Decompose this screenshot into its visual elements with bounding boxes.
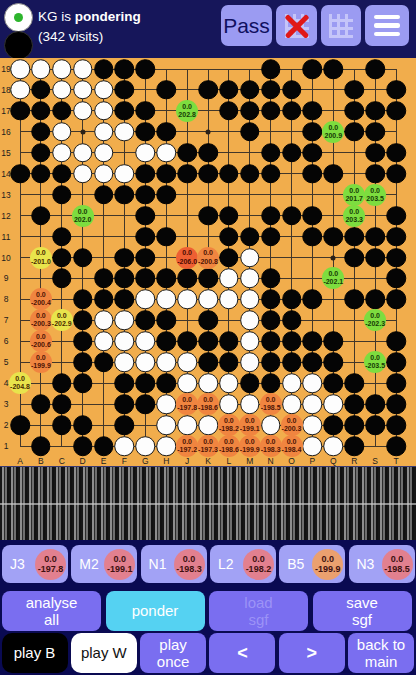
black-stone-K7 [198, 311, 218, 331]
black-stone-T1 [386, 436, 406, 456]
black-stone-P15 [303, 143, 323, 163]
player-black-indicator[interactable] [4, 31, 33, 60]
white-stone-O3 [282, 394, 302, 414]
goban[interactable]: 19A18B17C16D15E14F13G12H11J10K9L8M7N6O5P… [0, 58, 416, 466]
white-stone-F6 [115, 332, 135, 352]
analysis-label-L2[interactable]: 0.0-198.2 [218, 414, 240, 436]
row-coordinate: 11 [2, 232, 11, 242]
black-stone-O6 [282, 332, 302, 352]
analysis-label-N1[interactable]: 0.0-198.3 [260, 435, 282, 457]
black-stone-K15 [198, 143, 218, 163]
black-stone-L17 [219, 101, 239, 121]
white-stone-L4 [219, 373, 239, 393]
analysis-label-M1[interactable]: 0.0-199.9 [239, 435, 261, 457]
black-stone-P14 [303, 164, 323, 184]
dismiss-analysis-button[interactable] [276, 5, 317, 46]
analysis-label-O1[interactable]: 0.0-198.4 [281, 435, 303, 457]
black-stone-H9 [156, 269, 176, 289]
white-stone-K2 [198, 415, 218, 435]
black-stone-F13 [115, 185, 135, 205]
row-coordinate: 9 [4, 273, 9, 283]
row-coordinate: 1 [4, 441, 9, 451]
analysis-label-B6[interactable]: 0.0-200.6 [30, 330, 52, 352]
black-stone-S11 [365, 227, 385, 247]
black-stone-P19 [303, 59, 323, 79]
black-stone-T17 [386, 101, 406, 121]
row-coordinate: 5 [4, 357, 9, 367]
black-stone-H18 [156, 80, 176, 100]
black-stone-M14 [240, 164, 260, 184]
black-stone-Q14 [324, 164, 344, 184]
white-stone-F7 [115, 311, 135, 331]
black-stone-P16 [303, 122, 323, 142]
analysis-label-J3[interactable]: 0.0-197.8 [176, 393, 198, 415]
candidate-move-label: N1 [149, 556, 167, 572]
black-stone-H16 [156, 122, 176, 142]
white-stone-E16 [94, 122, 114, 142]
black-stone-H6 [156, 332, 176, 352]
col-coordinate: S [372, 456, 378, 466]
col-coordinate: B [38, 456, 44, 466]
black-stone-R8 [344, 290, 364, 310]
save-sgf-button[interactable]: savesgf [313, 591, 412, 631]
black-stone-K18 [198, 80, 218, 100]
red-x-icon [284, 13, 310, 39]
col-coordinate: A [17, 456, 23, 466]
white-stone-H2 [156, 415, 176, 435]
col-coordinate: K [205, 456, 211, 466]
black-stone-N4 [261, 373, 281, 393]
white-stone-G1 [136, 436, 156, 456]
engine-status: KG is pondering (342 visits) [38, 7, 141, 46]
analysis-label-J17[interactable]: 0.0202.8 [176, 100, 198, 122]
black-stone-B17 [31, 101, 51, 121]
black-stone-K5 [198, 352, 218, 372]
white-stone-F14 [115, 164, 135, 184]
black-stone-P17 [303, 101, 323, 121]
white-stone-N2 [261, 415, 281, 435]
black-stone-M4 [240, 373, 260, 393]
black-stone-C3 [52, 394, 72, 414]
col-coordinate: L [227, 456, 232, 466]
black-stone-G10 [136, 248, 156, 268]
col-coordinate: H [163, 456, 169, 466]
black-stone-B3 [31, 394, 51, 414]
analysis-label-B10[interactable]: 0.0-201.0 [30, 247, 52, 269]
white-stone-A19 [10, 59, 30, 79]
white-stone-D15 [73, 143, 93, 163]
white-stone-P2 [303, 415, 323, 435]
black-stone-B18 [31, 80, 51, 100]
black-stone-J6 [177, 332, 197, 352]
black-stone-C2 [52, 415, 72, 435]
score-graph[interactable] [0, 466, 416, 540]
go-analysis-app: KG is pondering (342 visits) Pass 19A18B… [0, 0, 416, 675]
white-stone-E7 [94, 311, 114, 331]
load-sgf-button[interactable]: loadsgf [209, 591, 308, 631]
black-stone-O12 [282, 206, 302, 226]
white-stone-D17 [73, 101, 93, 121]
white-stone-F5 [115, 352, 135, 372]
analysis-label-S13[interactable]: 0.0203.5 [364, 184, 386, 206]
white-stone-D19 [73, 59, 93, 79]
candidate-move-label: J3 [10, 556, 25, 572]
white-stone-B19 [31, 59, 51, 79]
black-stone-H13 [156, 185, 176, 205]
black-stone-H4 [156, 373, 176, 393]
black-stone-B16 [31, 122, 51, 142]
row-coordinate: 3 [4, 399, 9, 409]
black-stone-T2 [386, 415, 406, 435]
analysis-label-Q9[interactable]: 0.0-202.1 [322, 267, 344, 289]
black-stone-A2 [10, 415, 30, 435]
candidate-move-N1[interactable]: N1 0.0-198.3 [141, 545, 207, 583]
black-stone-A14 [10, 164, 30, 184]
black-stone-S14 [365, 164, 385, 184]
white-stone-E17 [94, 101, 114, 121]
candidate-move-J3[interactable]: J3 0.0-197.8 [2, 545, 68, 583]
black-stone-N5 [261, 352, 281, 372]
black-stone-P5 [303, 352, 323, 372]
row-coordinate: 6 [4, 336, 9, 346]
black-stone-N8 [261, 290, 281, 310]
black-stone-O7 [282, 311, 302, 331]
black-stone-S2 [365, 415, 385, 435]
black-stone-S8 [365, 290, 385, 310]
analysis-label-R12[interactable]: 0.0203.3 [343, 205, 365, 227]
col-coordinate: F [122, 456, 127, 466]
black-stone-F9 [115, 269, 135, 289]
analysis-label-L1[interactable]: 0.0-198.6 [218, 435, 240, 457]
candidate-move-N3[interactable]: N3 0.0-198.5 [349, 545, 415, 583]
black-stone-C10 [52, 248, 72, 268]
black-stone-G12 [136, 206, 156, 226]
candidate-eval-circle: 0.0-197.8 [35, 549, 66, 580]
white-stone-J5 [177, 352, 197, 372]
analysis-label-K3[interactable]: 0.0-198.6 [197, 393, 219, 415]
white-stone-J2 [177, 415, 197, 435]
black-stone-K14 [198, 164, 218, 184]
territory-grid-icon [329, 14, 353, 38]
white-stone-E15 [94, 143, 114, 163]
black-stone-R16 [344, 122, 364, 142]
black-stone-P11 [303, 227, 323, 247]
analysis-label-N3[interactable]: 0.0-198.5 [260, 393, 282, 415]
white-stone-M6 [240, 332, 260, 352]
analysis-label-B5[interactable]: 0.0-199.9 [30, 351, 52, 373]
analysis-label-K10[interactable]: 0.0-200.8 [197, 247, 219, 269]
black-stone-M18 [240, 80, 260, 100]
black-stone-D1 [73, 436, 93, 456]
white-stone-G15 [136, 143, 156, 163]
candidate-eval-circle: 0.0-198.3 [174, 549, 205, 580]
black-stone-Q11 [324, 227, 344, 247]
black-stone-N18 [261, 80, 281, 100]
black-stone-G9 [136, 269, 156, 289]
black-stone-S19 [365, 59, 385, 79]
black-stone-E8 [94, 290, 114, 310]
black-stone-L10 [219, 248, 239, 268]
black-stone-G19 [136, 59, 156, 79]
candidate-eval-circle: 0.0-198.5 [382, 549, 413, 580]
white-stone-Q1 [324, 436, 344, 456]
analysis-label-Q16[interactable]: 0.0200.9 [322, 121, 344, 143]
white-stone-C16 [52, 122, 72, 142]
black-stone-P6 [303, 332, 323, 352]
black-stone-N19 [261, 59, 281, 79]
candidate-move-label: N3 [357, 556, 375, 572]
black-stone-N17 [261, 101, 281, 121]
black-stone-F17 [115, 101, 135, 121]
black-stone-T6 [386, 332, 406, 352]
white-stone-C15 [52, 143, 72, 163]
black-stone-G11 [136, 227, 156, 247]
white-stone-F1 [115, 436, 135, 456]
white-stone-M7 [240, 311, 260, 331]
black-stone-R4 [344, 373, 364, 393]
black-stone-Q5 [324, 352, 344, 372]
black-stone-G4 [136, 373, 156, 393]
black-stone-C11 [52, 227, 72, 247]
black-stone-G3 [136, 394, 156, 414]
black-stone-B15 [31, 143, 51, 163]
black-stone-D7 [73, 311, 93, 331]
black-stone-G17 [136, 101, 156, 121]
white-stone-E14 [94, 164, 114, 184]
analyse-all-button[interactable]: analyseall [2, 591, 101, 631]
black-stone-L5 [219, 352, 239, 372]
black-stone-E19 [94, 59, 114, 79]
candidate-move-label: M2 [79, 556, 98, 572]
candidate-move-B5[interactable]: B5 0.0-199.9 [279, 545, 345, 583]
black-stone-O8 [282, 290, 302, 310]
candidate-eval-circle: 0.0-198.2 [243, 549, 274, 580]
black-stone-G16 [136, 122, 156, 142]
col-coordinate: O [288, 456, 295, 466]
black-stone-O5 [282, 352, 302, 372]
play-W-button[interactable]: play W [71, 633, 137, 673]
white-stone-H15 [156, 143, 176, 163]
black-stone-Q19 [324, 59, 344, 79]
candidate-move-label: B5 [287, 556, 304, 572]
analysis-label-B8[interactable]: 0.0-200.4 [30, 288, 52, 310]
top-bar: KG is pondering (342 visits) Pass [0, 0, 416, 58]
candidate-move-M2[interactable]: M2 0.0-199.1 [71, 545, 137, 583]
white-stone-M8 [240, 290, 260, 310]
white-stone-P4 [303, 373, 323, 393]
analysis-label-B7[interactable]: 0.0-200.3 [30, 309, 52, 331]
black-stone-S3 [365, 394, 385, 414]
black-stone-N7 [261, 311, 281, 331]
black-stone-T14 [386, 164, 406, 184]
white-stone-H1 [156, 436, 176, 456]
black-stone-F2 [115, 415, 135, 435]
black-stone-N14 [261, 164, 281, 184]
candidate-move-label: L2 [218, 556, 234, 572]
black-stone-C13 [52, 185, 72, 205]
analysis-label-R13[interactable]: 0.0201.7 [343, 184, 365, 206]
player-white-indicator[interactable] [4, 3, 33, 32]
white-stone-H5 [156, 352, 176, 372]
row-coordinate: 12 [1, 211, 10, 221]
white-stone-L8 [219, 290, 239, 310]
black-stone-L18 [219, 80, 239, 100]
black-stone-B14 [31, 164, 51, 184]
black-stone-C9 [52, 269, 72, 289]
ponder-button[interactable]: ponder [106, 591, 205, 631]
black-stone-G7 [136, 311, 156, 331]
white-stone-M5 [240, 352, 260, 372]
move-candidates-row: J3 0.0-197.8 M2 0.0-199.1 N1 0.0-198.3 L… [0, 545, 416, 585]
black-stone-T9 [386, 269, 406, 289]
candidate-eval-circle: 0.0-199.9 [312, 549, 343, 580]
play-once-button[interactable]: playonce [140, 633, 206, 673]
black-stone-S16 [365, 122, 385, 142]
black-stone-T4 [386, 373, 406, 393]
analysis-label-C7[interactable]: 0.0-202.9 [51, 309, 73, 331]
black-stone-T10 [386, 248, 406, 268]
territory-toggle-button[interactable] [321, 5, 361, 46]
white-stone-L9 [219, 269, 239, 289]
black-stone-G13 [136, 185, 156, 205]
black-stone-M11 [240, 227, 260, 247]
col-coordinate: E [101, 456, 107, 466]
previous-move-button[interactable]: < [209, 633, 275, 673]
white-stone-A18 [10, 80, 30, 100]
black-stone-D6 [73, 332, 93, 352]
white-stone-F16 [115, 122, 135, 142]
menu-button[interactable] [365, 5, 409, 46]
col-coordinate: J [185, 456, 189, 466]
white-stone-P3 [303, 394, 323, 414]
candidate-move-L2[interactable]: L2 0.0-198.2 [210, 545, 276, 583]
black-stone-R2 [344, 415, 364, 435]
white-stone-O4 [282, 373, 302, 393]
black-stone-T5 [386, 352, 406, 372]
col-coordinate: D [80, 456, 86, 466]
play-B-button[interactable]: play B [2, 633, 68, 673]
analysis-label-K1[interactable]: 0.0-197.3 [197, 435, 219, 457]
graph-midline [0, 503, 416, 505]
black-stone-D8 [73, 290, 93, 310]
black-stone-L6 [219, 332, 239, 352]
white-stone-E6 [94, 332, 114, 352]
black-stone-R17 [344, 101, 364, 121]
black-stone-P12 [303, 206, 323, 226]
black-stone-S15 [365, 143, 385, 163]
white-stone-G8 [136, 290, 156, 310]
analysis-label-S7[interactable]: 0.0-202.3 [364, 309, 386, 331]
menu-icon [374, 15, 400, 20]
black-stone-T12 [386, 206, 406, 226]
white-stone-D18 [73, 80, 93, 100]
black-stone-T8 [386, 290, 406, 310]
analysis-label-M2[interactable]: 0.0-199.1 [239, 414, 261, 436]
black-stone-J14 [177, 164, 197, 184]
white-stone-L3 [219, 394, 239, 414]
row-coordinate: 16 [1, 127, 10, 137]
pass-button[interactable]: Pass [221, 5, 272, 46]
black-stone-H7 [156, 311, 176, 331]
hoshi-point [80, 129, 85, 134]
white-stone-J4 [177, 373, 197, 393]
black-stone-G14 [136, 164, 156, 184]
black-stone-S17 [365, 101, 385, 121]
black-stone-N11 [261, 227, 281, 247]
row-coordinate: 8 [4, 294, 9, 304]
white-stone-D14 [73, 164, 93, 184]
col-coordinate: N [268, 456, 274, 466]
black-stone-E5 [94, 352, 114, 372]
row-coordinate: 4 [4, 378, 9, 388]
black-stone-J9 [177, 269, 197, 289]
black-stone-B1 [31, 436, 51, 456]
next-move-button[interactable]: > [279, 633, 345, 673]
analysis-label-J10[interactable]: 0.0-206.0 [176, 247, 198, 269]
hoshi-point [206, 129, 211, 134]
white-stone-K4 [198, 373, 218, 393]
col-coordinate: T [393, 456, 398, 466]
black-stone-T15 [386, 143, 406, 163]
col-coordinate: Q [330, 456, 337, 466]
black-stone-R3 [344, 394, 364, 414]
black-stone-F10 [115, 248, 135, 268]
analysis-label-O2[interactable]: 0.0-200.3 [281, 414, 303, 436]
black-stone-D5 [73, 352, 93, 372]
black-stone-R11 [344, 227, 364, 247]
black-stone-D2 [73, 415, 93, 435]
black-stone-N12 [261, 206, 281, 226]
black-stone-K9 [198, 269, 218, 289]
analysis-label-A4[interactable]: 0.0-204.8 [9, 372, 31, 394]
black-stone-R1 [344, 436, 364, 456]
black-stone-S10 [365, 248, 385, 268]
analysis-label-D12[interactable]: 0.0202.0 [72, 205, 94, 227]
row-coordinate: 2 [4, 420, 9, 430]
black-stone-Q2 [324, 415, 344, 435]
active-player-dot [14, 13, 23, 22]
black-stone-A17 [10, 101, 30, 121]
white-stone-Q3 [324, 394, 344, 414]
black-stone-C4 [52, 373, 72, 393]
black-stone-B12 [31, 206, 51, 226]
black-stone-R18 [344, 80, 364, 100]
black-stone-P8 [303, 290, 323, 310]
white-stone-M10 [240, 248, 260, 268]
black-stone-K12 [198, 206, 218, 226]
black-stone-F8 [115, 290, 135, 310]
black-stone-E1 [94, 436, 114, 456]
black-stone-T18 [386, 80, 406, 100]
analysis-label-S5[interactable]: 0.0-203.5 [364, 351, 386, 373]
black-stone-M17 [240, 101, 260, 121]
black-stone-L11 [219, 227, 239, 247]
black-stone-H11 [156, 227, 176, 247]
black-stone-L14 [219, 164, 239, 184]
visits-count: (342 visits) [38, 29, 103, 44]
back-to-main-button[interactable]: back tomain [348, 633, 414, 673]
white-stone-K8 [198, 290, 218, 310]
row-coordinate: 13 [1, 190, 10, 200]
black-stone-C17 [52, 101, 72, 121]
black-stone-O18 [282, 80, 302, 100]
black-stone-H14 [156, 164, 176, 184]
analysis-label-J1[interactable]: 0.0-197.2 [176, 435, 198, 457]
white-stone-M3 [240, 394, 260, 414]
black-stone-M16 [240, 122, 260, 142]
black-stone-Q4 [324, 373, 344, 393]
white-stone-C18 [52, 80, 72, 100]
